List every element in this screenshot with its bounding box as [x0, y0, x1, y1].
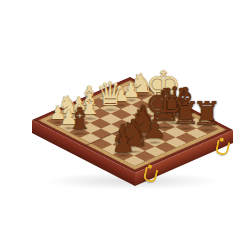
chess-set-product-photo: ♚♛♝♝♞♞♟♟♟♟♟♟♚♛♜♜♝♝♞♞♟♟♟♟♟	[0, 0, 250, 250]
clasp-loop	[215, 140, 231, 156]
chess-board	[32, 77, 233, 173]
brass-clasp-icon	[215, 140, 231, 156]
